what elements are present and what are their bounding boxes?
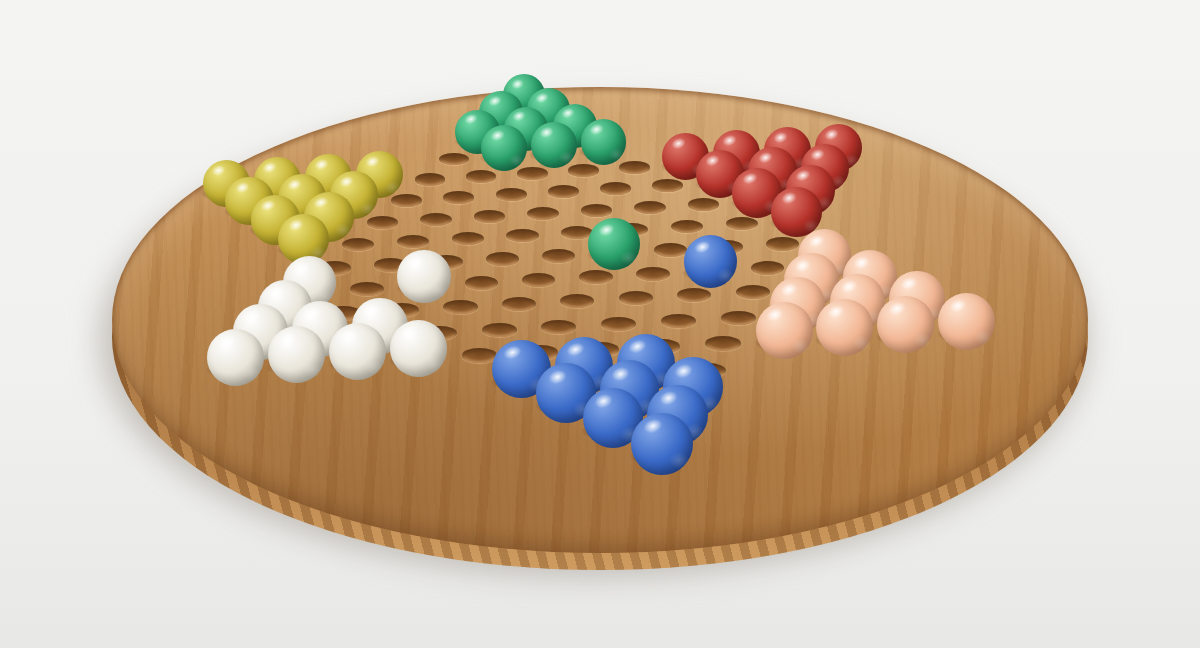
- marble-green-10[interactable]: [588, 218, 640, 270]
- hole-r12-c4[interactable]: [462, 348, 498, 363]
- hole-r11-c7[interactable]: [661, 314, 696, 328]
- hole-r6-c4[interactable]: [474, 210, 506, 223]
- marble-white-10[interactable]: [390, 320, 447, 377]
- hole-r12-c8[interactable]: [705, 336, 741, 351]
- hole-r11-c4[interactable]: [482, 323, 517, 337]
- hole-r4-c8[interactable]: [619, 161, 649, 173]
- marble-white-9[interactable]: [329, 323, 386, 380]
- hole-r11-c8[interactable]: [721, 311, 756, 325]
- hole-r4-c5[interactable]: [466, 170, 496, 182]
- marble-green-8[interactable]: [531, 122, 577, 168]
- hole-r8-c4[interactable]: [542, 249, 575, 263]
- hole-r9-c1[interactable]: [350, 282, 384, 296]
- marble-peach-9[interactable]: [877, 296, 934, 353]
- hole-r4-c4[interactable]: [415, 173, 445, 185]
- hole-r6-c8[interactable]: [688, 198, 720, 211]
- marble-blue-1[interactable]: [684, 235, 737, 288]
- hole-r6-c3[interactable]: [420, 213, 452, 226]
- hole-r9-c6[interactable]: [636, 267, 670, 281]
- marble-peach-7[interactable]: [756, 302, 813, 359]
- hole-r6-c2[interactable]: [367, 216, 399, 229]
- hole-r5-c5[interactable]: [496, 188, 527, 201]
- hole-r5-c7[interactable]: [600, 182, 631, 195]
- hole-r5-c3[interactable]: [391, 194, 422, 207]
- hole-r9-c5[interactable]: [579, 270, 613, 284]
- hole-r11-c5[interactable]: [541, 320, 576, 334]
- marble-green-7[interactable]: [481, 125, 527, 171]
- hole-r9-c4[interactable]: [522, 273, 556, 287]
- marble-white-7[interactable]: [207, 329, 264, 386]
- hole-r11-c6[interactable]: [601, 317, 636, 331]
- marble-peach-8[interactable]: [816, 299, 873, 356]
- hole-r6-c5[interactable]: [527, 207, 559, 220]
- marble-white-2[interactable]: [397, 250, 450, 303]
- hole-r8-c8[interactable]: [766, 237, 799, 251]
- marble-blue-10[interactable]: [631, 413, 693, 475]
- hole-r8-c3[interactable]: [486, 252, 519, 266]
- hole-r4-c6[interactable]: [517, 167, 547, 179]
- marble-green-9[interactable]: [581, 119, 627, 165]
- hole-r8-c6[interactable]: [654, 243, 687, 257]
- hole-r5-c4[interactable]: [443, 191, 474, 204]
- marble-peach-10[interactable]: [938, 293, 995, 350]
- hole-r4-c7[interactable]: [568, 164, 598, 176]
- scene: [0, 0, 1200, 648]
- hole-r6-c7[interactable]: [634, 201, 666, 214]
- marble-white-8[interactable]: [268, 326, 325, 383]
- hole-r9-c3[interactable]: [465, 276, 499, 290]
- hole-r6-c6[interactable]: [581, 204, 613, 217]
- hole-r9-c8[interactable]: [751, 261, 785, 275]
- hole-r5-c6[interactable]: [548, 185, 579, 198]
